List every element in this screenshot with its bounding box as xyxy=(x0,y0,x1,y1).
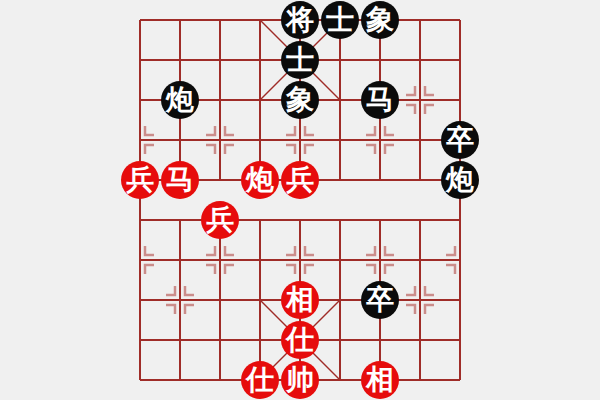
piece-black-elephant[interactable]: 象 xyxy=(281,81,319,119)
piece-red-advisor[interactable]: 仕 xyxy=(241,361,279,399)
piece-black-elephant[interactable]: 象 xyxy=(361,1,399,39)
piece-black-cannon[interactable]: 炮 xyxy=(441,161,479,199)
piece-black-soldier[interactable]: 卒 xyxy=(441,121,479,159)
piece-red-cannon[interactable]: 炮 xyxy=(241,161,279,199)
piece-red-elephant[interactable]: 相 xyxy=(361,361,399,399)
board-pieces: 将士象士炮象马卒兵马炮兵炮兵相卒仕仕帅相 xyxy=(0,0,600,400)
piece-red-advisor[interactable]: 仕 xyxy=(281,321,319,359)
piece-black-soldier[interactable]: 卒 xyxy=(361,281,399,319)
piece-black-advisor[interactable]: 士 xyxy=(281,41,319,79)
piece-red-soldier[interactable]: 兵 xyxy=(281,161,319,199)
piece-black-horse[interactable]: 马 xyxy=(361,81,399,119)
piece-red-horse[interactable]: 马 xyxy=(161,161,199,199)
piece-black-advisor[interactable]: 士 xyxy=(321,1,359,39)
piece-red-general[interactable]: 帅 xyxy=(281,361,319,399)
piece-red-soldier[interactable]: 兵 xyxy=(121,161,159,199)
piece-black-cannon[interactable]: 炮 xyxy=(161,81,199,119)
piece-red-soldier[interactable]: 兵 xyxy=(201,201,239,239)
piece-red-elephant[interactable]: 相 xyxy=(281,281,319,319)
piece-black-general[interactable]: 将 xyxy=(281,1,319,39)
xiangqi-board: 将士象士炮象马卒兵马炮兵炮兵相卒仕仕帅相 xyxy=(0,0,600,400)
